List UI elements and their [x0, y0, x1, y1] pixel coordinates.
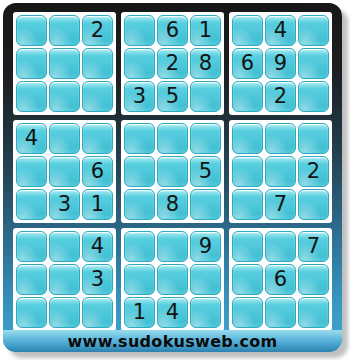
box-1-2: 612835 [121, 12, 224, 115]
cell-r4c7[interactable] [232, 123, 263, 154]
cell-r6c3[interactable]: 1 [82, 189, 113, 220]
cell-r8c5[interactable] [157, 264, 188, 295]
cell-r8c2[interactable] [49, 264, 80, 295]
cell-r4c2[interactable] [49, 123, 80, 154]
cell-r2c7[interactable]: 6 [232, 48, 263, 79]
cell-r6c4[interactable] [124, 189, 155, 220]
cell-r2c9[interactable] [298, 48, 329, 79]
cell-r3c5[interactable]: 5 [157, 81, 188, 112]
cell-r6c6[interactable] [190, 189, 221, 220]
cell-r9c3[interactable] [82, 297, 113, 328]
cell-r9c2[interactable] [49, 297, 80, 328]
cell-r3c8[interactable]: 2 [265, 81, 296, 112]
cell-r2c4[interactable] [124, 48, 155, 79]
cell-r6c1[interactable] [16, 189, 47, 220]
cell-r4c4[interactable] [124, 123, 155, 154]
cell-r7c3[interactable]: 4 [82, 231, 113, 262]
cell-r1c9[interactable] [298, 15, 329, 46]
cell-r6c9[interactable] [298, 189, 329, 220]
cell-r3c4[interactable]: 3 [124, 81, 155, 112]
page: 26128354692463158274391476 www.sudokuswe… [0, 0, 350, 360]
cell-r1c4[interactable] [124, 15, 155, 46]
cell-r6c8[interactable]: 7 [265, 189, 296, 220]
cell-r5c6[interactable]: 5 [190, 156, 221, 187]
cell-r1c1[interactable] [16, 15, 47, 46]
cell-r5c8[interactable] [265, 156, 296, 187]
box-2-3: 27 [229, 120, 332, 223]
cell-r7c5[interactable] [157, 231, 188, 262]
cell-r3c1[interactable] [16, 81, 47, 112]
cell-r8c3[interactable]: 3 [82, 264, 113, 295]
cell-r5c5[interactable] [157, 156, 188, 187]
cell-r6c2[interactable]: 3 [49, 189, 80, 220]
box-1-1: 2 [13, 12, 116, 115]
cell-r5c9[interactable]: 2 [298, 156, 329, 187]
cell-r9c7[interactable] [232, 297, 263, 328]
cell-r7c6[interactable]: 9 [190, 231, 221, 262]
cell-r8c4[interactable] [124, 264, 155, 295]
box-2-1: 4631 [13, 120, 116, 223]
cell-r4c9[interactable] [298, 123, 329, 154]
cell-r7c7[interactable] [232, 231, 263, 262]
sudoku-board: 26128354692463158274391476 www.sudokuswe… [3, 3, 342, 352]
cell-r9c6[interactable] [190, 297, 221, 328]
cell-r7c1[interactable] [16, 231, 47, 262]
cell-r3c3[interactable] [82, 81, 113, 112]
cell-r4c6[interactable] [190, 123, 221, 154]
cell-r7c2[interactable] [49, 231, 80, 262]
cell-r9c5[interactable]: 4 [157, 297, 188, 328]
cell-r3c9[interactable] [298, 81, 329, 112]
cell-r8c9[interactable] [298, 264, 329, 295]
cell-r8c7[interactable] [232, 264, 263, 295]
cell-r1c5[interactable]: 6 [157, 15, 188, 46]
cell-r9c8[interactable] [265, 297, 296, 328]
cell-r2c5[interactable]: 2 [157, 48, 188, 79]
cell-r3c6[interactable] [190, 81, 221, 112]
sudoku-grid: 26128354692463158274391476 [13, 12, 332, 331]
cell-r1c7[interactable] [232, 15, 263, 46]
cell-r8c1[interactable] [16, 264, 47, 295]
box-2-2: 58 [121, 120, 224, 223]
cell-r5c4[interactable] [124, 156, 155, 187]
cell-r4c8[interactable] [265, 123, 296, 154]
cell-r3c2[interactable] [49, 81, 80, 112]
cell-r8c6[interactable] [190, 264, 221, 295]
cell-r7c4[interactable] [124, 231, 155, 262]
footer-bar: www.sudokusweb.com [3, 330, 342, 352]
box-3-2: 914 [121, 228, 224, 331]
cell-r9c1[interactable] [16, 297, 47, 328]
cell-r1c3[interactable]: 2 [82, 15, 113, 46]
cell-r2c6[interactable]: 8 [190, 48, 221, 79]
cell-r2c3[interactable] [82, 48, 113, 79]
cell-r1c8[interactable]: 4 [265, 15, 296, 46]
cell-r6c7[interactable] [232, 189, 263, 220]
site-url[interactable]: www.sudokusweb.com [67, 332, 277, 351]
cell-r7c8[interactable] [265, 231, 296, 262]
cell-r5c1[interactable] [16, 156, 47, 187]
cell-r4c5[interactable] [157, 123, 188, 154]
cell-r7c9[interactable]: 7 [298, 231, 329, 262]
cell-r1c2[interactable] [49, 15, 80, 46]
cell-r6c5[interactable]: 8 [157, 189, 188, 220]
cell-r5c3[interactable]: 6 [82, 156, 113, 187]
box-3-1: 43 [13, 228, 116, 331]
cell-r2c1[interactable] [16, 48, 47, 79]
cell-r4c1[interactable]: 4 [16, 123, 47, 154]
cell-r8c8[interactable]: 6 [265, 264, 296, 295]
cell-r3c7[interactable] [232, 81, 263, 112]
cell-r4c3[interactable] [82, 123, 113, 154]
box-1-3: 4692 [229, 12, 332, 115]
cell-r5c7[interactable] [232, 156, 263, 187]
cell-r9c9[interactable] [298, 297, 329, 328]
cell-r5c2[interactable] [49, 156, 80, 187]
cell-r1c6[interactable]: 1 [190, 15, 221, 46]
cell-r2c2[interactable] [49, 48, 80, 79]
cell-r2c8[interactable]: 9 [265, 48, 296, 79]
box-3-3: 76 [229, 228, 332, 331]
cell-r9c4[interactable]: 1 [124, 297, 155, 328]
